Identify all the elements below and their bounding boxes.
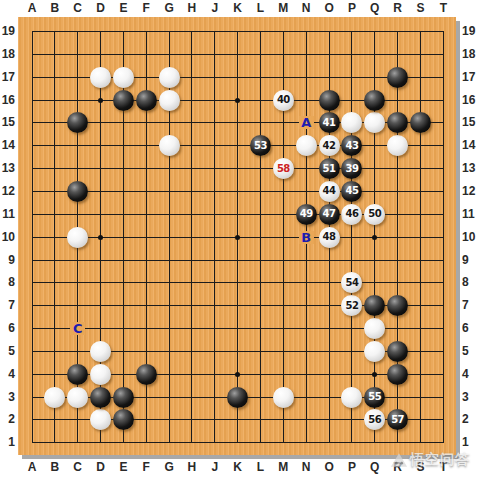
- coordinate-number: 7: [0, 299, 15, 312]
- move-number: 51: [323, 164, 336, 174]
- coordinate-letter: Q: [365, 461, 385, 474]
- coordinate-number: 12: [0, 185, 15, 198]
- stone-Q11: 50: [364, 204, 385, 225]
- move-number: 47: [323, 209, 336, 219]
- stone-O13: 51: [319, 158, 340, 179]
- coordinate-letter: Q: [365, 2, 385, 15]
- board-label-B: B: [299, 231, 314, 244]
- stone-N14: [296, 135, 317, 156]
- stone-O12: 44: [319, 181, 340, 202]
- coordinate-number: 19: [462, 25, 482, 38]
- star-point: [235, 372, 240, 377]
- coordinate-letter: M: [273, 2, 293, 15]
- stone-G16: [159, 90, 180, 111]
- stone-D17: [90, 67, 111, 88]
- coordinate-number: 7: [462, 299, 482, 312]
- star-point: [98, 98, 103, 103]
- coordinate-letter: K: [228, 461, 248, 474]
- coordinate-number: 13: [462, 162, 482, 175]
- coordinate-number: 9: [0, 254, 15, 267]
- coordinate-number: 2: [462, 413, 482, 426]
- coordinate-number: 13: [0, 162, 15, 175]
- move-number: 50: [368, 209, 381, 219]
- coordinate-number: 3: [0, 391, 15, 404]
- coordinate-letter: L: [251, 461, 271, 474]
- coordinate-number: 5: [0, 345, 15, 358]
- stone-D3: [90, 387, 111, 408]
- move-number: 58: [277, 164, 290, 174]
- coordinate-letter: O: [319, 2, 339, 15]
- move-number: 49: [300, 209, 313, 219]
- coordinate-letter: G: [159, 2, 179, 15]
- watermark: 悟空问答: [390, 448, 470, 472]
- move-number: 43: [345, 141, 358, 151]
- grid-line: [32, 282, 444, 283]
- coordinate-letter: J: [205, 2, 225, 15]
- board-label-C: C: [70, 322, 85, 335]
- move-number: 46: [345, 209, 358, 219]
- move-number: 42: [323, 141, 336, 151]
- coordinate-letter: M: [273, 461, 293, 474]
- stone-R17: [387, 67, 408, 88]
- coordinate-number: 4: [462, 368, 482, 381]
- coordinate-letter: S: [410, 2, 430, 15]
- coordinate-number: 17: [462, 71, 482, 84]
- star-point: [372, 235, 377, 240]
- board-label-A: A: [299, 116, 314, 129]
- coordinate-letter: N: [296, 461, 316, 474]
- stone-D4: [90, 364, 111, 385]
- wukong-wenda-logo-icon: [390, 452, 408, 469]
- stone-C10: [67, 227, 88, 248]
- coordinate-letter: B: [45, 2, 65, 15]
- stone-C12: [67, 181, 88, 202]
- coordinate-number: 19: [0, 25, 15, 38]
- move-number: 57: [391, 415, 404, 425]
- coordinate-number: 8: [462, 276, 482, 289]
- coordinate-letter: G: [159, 461, 179, 474]
- star-point: [372, 372, 377, 377]
- stone-M16: 40: [273, 90, 294, 111]
- coordinate-letter: O: [319, 461, 339, 474]
- coordinate-number: 10: [0, 231, 15, 244]
- stone-O10: 48: [319, 227, 340, 248]
- coordinate-letter: H: [182, 461, 202, 474]
- stone-E3: [113, 387, 134, 408]
- stone-N11: 49: [296, 204, 317, 225]
- stone-O14: 42: [319, 135, 340, 156]
- coordinate-letter: P: [342, 2, 362, 15]
- star-point: [98, 235, 103, 240]
- stone-O15: 41: [319, 112, 340, 133]
- coordinate-number: 12: [462, 185, 482, 198]
- coordinate-letter: D: [91, 2, 111, 15]
- stone-R4: [387, 364, 408, 385]
- coordinate-letter: N: [296, 2, 316, 15]
- coordinate-letter: K: [228, 2, 248, 15]
- coordinate-letter: P: [342, 461, 362, 474]
- move-number: 56: [368, 415, 381, 425]
- grid-line: [420, 31, 421, 443]
- coordinate-number: 17: [0, 71, 15, 84]
- stone-F4: [136, 364, 157, 385]
- stone-G14: [159, 135, 180, 156]
- coordinate-number: 18: [462, 48, 482, 61]
- move-number: 55: [368, 392, 381, 402]
- grid-line: [32, 442, 444, 443]
- star-point: [235, 98, 240, 103]
- stone-M13: 58: [273, 158, 294, 179]
- coordinate-number: 11: [0, 208, 15, 221]
- go-board-diagram: 悟空问答 AABBCCDDEEFFGGHHJJKKLLMMNNOOPPQQRRS…: [0, 0, 482, 479]
- move-number: 40: [277, 95, 290, 105]
- grid-line: [443, 31, 444, 443]
- coordinate-number: 11: [462, 208, 482, 221]
- coordinate-letter: F: [136, 461, 156, 474]
- grid-line: [32, 260, 444, 261]
- stone-C4: [67, 364, 88, 385]
- stone-Q16: [364, 90, 385, 111]
- grid-line: [260, 31, 261, 443]
- move-number: 39: [345, 164, 358, 174]
- coordinate-number: 4: [0, 368, 15, 381]
- coordinate-number: 15: [462, 116, 482, 129]
- grid-line: [351, 31, 352, 443]
- coordinate-number: 2: [0, 413, 15, 426]
- move-number: 53: [254, 141, 267, 151]
- watermark-text: 悟空问答: [410, 451, 470, 469]
- coordinate-number: 18: [0, 48, 15, 61]
- coordinate-number: 6: [0, 322, 15, 335]
- coordinate-letter: F: [136, 2, 156, 15]
- stone-Q5: [364, 341, 385, 362]
- stone-B3: [44, 387, 65, 408]
- coordinate-letter: D: [91, 461, 111, 474]
- coordinate-number: 14: [462, 139, 482, 152]
- coordinate-letter: C: [68, 461, 88, 474]
- stone-C3: [67, 387, 88, 408]
- stone-E16: [113, 90, 134, 111]
- coordinate-number: 5: [462, 345, 482, 358]
- coordinate-number: 16: [0, 94, 15, 107]
- coordinate-number: 9: [462, 254, 482, 267]
- move-number: 48: [323, 232, 336, 242]
- move-number: 41: [323, 118, 336, 128]
- coordinate-letter: R: [388, 2, 408, 15]
- coordinate-number: 15: [0, 116, 15, 129]
- stone-K3: [227, 387, 248, 408]
- coordinate-letter: T: [433, 2, 453, 15]
- coordinate-letter: A: [22, 461, 42, 474]
- coordinate-letter: H: [182, 2, 202, 15]
- coordinate-letter: E: [113, 2, 133, 15]
- coordinate-letter: J: [205, 461, 225, 474]
- stone-O11: 47: [319, 204, 340, 225]
- coordinate-letter: L: [251, 2, 271, 15]
- stone-M3: [273, 387, 294, 408]
- stone-G17: [159, 67, 180, 88]
- star-point: [235, 235, 240, 240]
- coordinate-letter: A: [22, 2, 42, 15]
- coordinate-number: 8: [0, 276, 15, 289]
- move-number: 45: [345, 186, 358, 196]
- stone-O16: [319, 90, 340, 111]
- coordinate-number: 14: [0, 139, 15, 152]
- coordinate-number: 6: [462, 322, 482, 335]
- move-number: 52: [345, 301, 358, 311]
- coordinate-letter: C: [68, 2, 88, 15]
- stone-P3: [341, 387, 362, 408]
- stone-E17: [113, 67, 134, 88]
- stone-F16: [136, 90, 157, 111]
- coordinate-letter: E: [113, 461, 133, 474]
- coordinate-number: 16: [462, 94, 482, 107]
- move-number: 54: [345, 278, 358, 288]
- stone-Q3: 55: [364, 387, 385, 408]
- stone-D5: [90, 341, 111, 362]
- coordinate-letter: B: [45, 461, 65, 474]
- stone-R5: [387, 341, 408, 362]
- move-number: 44: [323, 186, 336, 196]
- coordinate-number: 10: [462, 231, 482, 244]
- coordinate-number: 1: [0, 436, 15, 449]
- coordinate-number: 3: [462, 391, 482, 404]
